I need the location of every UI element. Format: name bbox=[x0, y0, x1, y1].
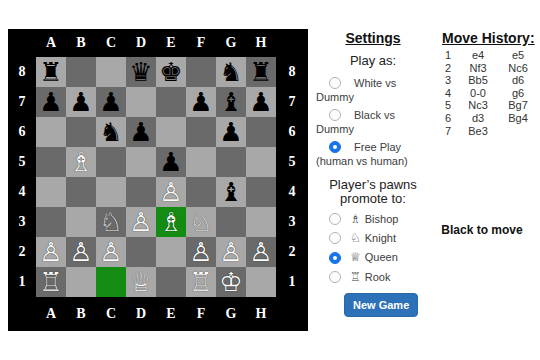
square-d2[interactable] bbox=[126, 237, 156, 267]
square-b8[interactable] bbox=[66, 57, 96, 87]
white-bishop: ♗ bbox=[159, 207, 182, 237]
square-e6[interactable] bbox=[156, 117, 186, 147]
square-e3[interactable]: ♗ bbox=[156, 207, 186, 237]
square-d8[interactable]: ♛ bbox=[126, 57, 156, 87]
square-f7[interactable]: ♟ bbox=[186, 87, 216, 117]
radio-label[interactable]: Knight bbox=[365, 232, 396, 244]
white-pawn: ♙ bbox=[219, 237, 242, 267]
radio-label[interactable]: White vs Dummy bbox=[316, 77, 396, 103]
square-f4[interactable] bbox=[186, 177, 216, 207]
square-h8[interactable]: ♜ bbox=[246, 57, 276, 87]
black-move: Bg7 bbox=[498, 99, 538, 112]
play-as-option-free-play[interactable]: Free Play (human vs human) bbox=[316, 141, 430, 168]
black-pawn: ♟ bbox=[219, 117, 242, 147]
move-number: 5 bbox=[438, 99, 458, 112]
square-h3[interactable] bbox=[246, 207, 276, 237]
radio-black-vs-dummy[interactable] bbox=[329, 109, 341, 121]
play-as-label: Play as: bbox=[316, 53, 430, 68]
file-label-e: E bbox=[156, 29, 186, 57]
square-g6[interactable]: ♟ bbox=[216, 117, 246, 147]
move-number: 1 bbox=[438, 49, 458, 62]
square-e5[interactable]: ♟ bbox=[156, 147, 186, 177]
square-g3[interactable] bbox=[216, 207, 246, 237]
settings-title: Settings bbox=[316, 30, 430, 46]
promotion-label: Player’s pawns promote to: bbox=[323, 178, 423, 206]
promotion-option-rook[interactable]: ♖Rook bbox=[316, 271, 430, 285]
black-rook: ♜ bbox=[39, 57, 62, 87]
play-as-option-black-vs-dummy[interactable]: Black vs Dummy bbox=[316, 109, 430, 136]
square-h6[interactable] bbox=[246, 117, 276, 147]
square-a7[interactable]: ♟ bbox=[36, 87, 66, 117]
square-d4[interactable] bbox=[126, 177, 156, 207]
white-pawn: ♙ bbox=[129, 207, 152, 237]
square-g8[interactable]: ♞ bbox=[216, 57, 246, 87]
square-b4[interactable] bbox=[66, 177, 96, 207]
black-queen: ♛ bbox=[129, 57, 152, 87]
white-move: Bb5 bbox=[458, 74, 498, 87]
black-move: Nc6 bbox=[498, 62, 538, 75]
new-game-button[interactable]: New Game bbox=[344, 293, 418, 317]
white-king: ♔ bbox=[219, 267, 242, 297]
radio-queen[interactable] bbox=[329, 252, 341, 264]
square-h2[interactable]: ♙ bbox=[246, 237, 276, 267]
move-number: 7 bbox=[438, 125, 458, 138]
square-f6[interactable] bbox=[186, 117, 216, 147]
square-c1[interactable] bbox=[96, 267, 126, 297]
rank-label-5: 5 bbox=[8, 147, 36, 177]
square-f5[interactable] bbox=[186, 147, 216, 177]
file-label-g: G bbox=[216, 29, 246, 57]
move-number: 3 bbox=[438, 74, 458, 87]
white-rook: ♖ bbox=[39, 267, 62, 297]
square-a3[interactable] bbox=[36, 207, 66, 237]
move-number: 2 bbox=[438, 62, 458, 75]
square-g7[interactable]: ♝ bbox=[216, 87, 246, 117]
radio-free-play[interactable] bbox=[329, 141, 341, 153]
file-label-h: H bbox=[246, 29, 276, 57]
file-label-d: D bbox=[126, 297, 156, 331]
promotion-option-knight[interactable]: ♘Knight bbox=[316, 232, 430, 246]
file-label-b: B bbox=[66, 297, 96, 331]
file-label-a: A bbox=[36, 29, 66, 57]
square-h1[interactable] bbox=[246, 267, 276, 297]
square-h7[interactable]: ♟ bbox=[246, 87, 276, 117]
square-c6[interactable]: ♞ bbox=[96, 117, 126, 147]
square-a5[interactable] bbox=[36, 147, 66, 177]
black-pawn: ♟ bbox=[249, 87, 272, 117]
square-b6[interactable] bbox=[66, 117, 96, 147]
rank-label-2: 2 bbox=[276, 237, 308, 267]
file-label-c: C bbox=[96, 29, 126, 57]
move-history-panel: Move History: 1e4e5 2Nf3Nc6 3Bb5d6 40-0g… bbox=[438, 30, 538, 137]
square-g5[interactable] bbox=[216, 147, 246, 177]
move-history-table: 1e4e5 2Nf3Nc6 3Bb5d6 40-0g6 5Nc3Bg7 6d3B… bbox=[438, 49, 538, 137]
move-number: 4 bbox=[438, 87, 458, 100]
square-c5[interactable] bbox=[96, 147, 126, 177]
white-pawn: ♙ bbox=[249, 237, 272, 267]
black-move bbox=[498, 125, 538, 138]
white-knight: ♘ bbox=[189, 207, 212, 237]
square-f2[interactable]: ♙ bbox=[186, 237, 216, 267]
radio-label[interactable]: Bishop bbox=[365, 213, 399, 225]
rank-label-8: 8 bbox=[8, 57, 36, 87]
chess-board[interactable]: ABCDEFGH8♜♛♚♞♜87♟♟♟♟♝♟76♞♟♟65♗♟54♙♝43♘♙♗… bbox=[8, 29, 308, 331]
black-bishop: ♝ bbox=[219, 177, 242, 207]
file-label-c: C bbox=[96, 297, 126, 331]
square-e7[interactable] bbox=[156, 87, 186, 117]
square-c8[interactable] bbox=[96, 57, 126, 87]
black-pawn: ♟ bbox=[69, 87, 92, 117]
rank-label-8: 8 bbox=[276, 57, 308, 87]
file-label-b: B bbox=[66, 29, 96, 57]
square-d6[interactable]: ♟ bbox=[126, 117, 156, 147]
square-c3[interactable]: ♘ bbox=[96, 207, 126, 237]
black-knight: ♞ bbox=[219, 57, 242, 87]
black-pawn: ♟ bbox=[39, 87, 62, 117]
square-h5[interactable] bbox=[246, 147, 276, 177]
white-move: Nf3 bbox=[458, 62, 498, 75]
white-move: e4 bbox=[458, 49, 498, 62]
settings-panel: Settings Play as: White vs Dummy Black v… bbox=[316, 30, 430, 317]
square-e8[interactable]: ♚ bbox=[156, 57, 186, 87]
black-knight: ♞ bbox=[99, 117, 122, 147]
white-pawn: ♙ bbox=[39, 237, 62, 267]
rank-label-1: 1 bbox=[8, 267, 36, 297]
black-rook: ♜ bbox=[249, 57, 272, 87]
black-pawn: ♟ bbox=[99, 87, 122, 117]
square-e2[interactable] bbox=[156, 237, 186, 267]
board-corner bbox=[276, 29, 308, 57]
radio-bishop[interactable] bbox=[329, 213, 341, 225]
move-history-title: Move History: bbox=[442, 30, 538, 46]
rank-label-7: 7 bbox=[8, 87, 36, 117]
rank-label-5: 5 bbox=[276, 147, 308, 177]
rank-label-6: 6 bbox=[8, 117, 36, 147]
white-pawn: ♙ bbox=[159, 177, 182, 207]
white-pawn: ♙ bbox=[189, 237, 212, 267]
square-f1[interactable]: ♖ bbox=[186, 267, 216, 297]
black-move: e5 bbox=[498, 49, 538, 62]
white-pawn: ♙ bbox=[69, 237, 92, 267]
file-label-h: H bbox=[246, 297, 276, 331]
black-king: ♚ bbox=[159, 57, 182, 87]
square-g4[interactable]: ♝ bbox=[216, 177, 246, 207]
square-g1[interactable]: ♔ bbox=[216, 267, 246, 297]
play-as-option-white-vs-dummy[interactable]: White vs Dummy bbox=[316, 77, 430, 104]
rank-label-3: 3 bbox=[276, 207, 308, 237]
square-a1[interactable]: ♖ bbox=[36, 267, 66, 297]
black-pawn: ♟ bbox=[159, 147, 182, 177]
file-label-e: E bbox=[156, 297, 186, 331]
white-move: Be3 bbox=[458, 125, 498, 138]
chess-app: ABCDEFGH8♜♛♚♞♜87♟♟♟♟♝♟76♞♟♟65♗♟54♙♝43♘♙♗… bbox=[0, 0, 540, 360]
file-label-a: A bbox=[36, 297, 66, 331]
knight-icon: ♘ bbox=[350, 231, 361, 245]
promotion-option-bishop[interactable]: ♗Bishop bbox=[316, 213, 430, 227]
promotion-option-queen[interactable]: ♕Queen bbox=[316, 251, 430, 265]
radio-label[interactable]: Black vs Dummy bbox=[316, 109, 395, 135]
rank-label-4: 4 bbox=[8, 177, 36, 207]
square-b2[interactable]: ♙ bbox=[66, 237, 96, 267]
black-move: d6 bbox=[498, 74, 538, 87]
black-move: Bg4 bbox=[498, 112, 538, 125]
white-move: Nc3 bbox=[458, 99, 498, 112]
queen-icon: ♕ bbox=[350, 250, 361, 264]
black-bishop: ♝ bbox=[219, 87, 242, 117]
square-a2[interactable]: ♙ bbox=[36, 237, 66, 267]
square-a6[interactable] bbox=[36, 117, 66, 147]
square-d7[interactable] bbox=[126, 87, 156, 117]
square-g2[interactable]: ♙ bbox=[216, 237, 246, 267]
white-rook: ♖ bbox=[189, 267, 212, 297]
square-f3[interactable]: ♘ bbox=[186, 207, 216, 237]
radio-rook[interactable] bbox=[329, 271, 341, 283]
board-corner bbox=[8, 29, 36, 57]
rank-label-6: 6 bbox=[276, 117, 308, 147]
square-d1[interactable]: ♕ bbox=[126, 267, 156, 297]
black-pawn: ♟ bbox=[189, 87, 212, 117]
black-move: g6 bbox=[498, 87, 538, 100]
square-e1[interactable] bbox=[156, 267, 186, 297]
black-pawn: ♟ bbox=[129, 117, 152, 147]
radio-label[interactable]: Queen bbox=[365, 251, 398, 263]
square-f8[interactable] bbox=[186, 57, 216, 87]
rank-label-7: 7 bbox=[276, 87, 308, 117]
file-label-f: F bbox=[186, 297, 216, 331]
white-move: d3 bbox=[458, 112, 498, 125]
square-d3[interactable]: ♙ bbox=[126, 207, 156, 237]
white-bishop: ♗ bbox=[69, 147, 92, 177]
file-label-d: D bbox=[126, 29, 156, 57]
white-queen: ♕ bbox=[129, 267, 152, 297]
board-corner bbox=[276, 297, 308, 331]
bishop-icon: ♗ bbox=[350, 212, 361, 226]
square-a4[interactable] bbox=[36, 177, 66, 207]
square-b3[interactable] bbox=[66, 207, 96, 237]
board-corner bbox=[8, 297, 36, 331]
radio-label[interactable]: Rook bbox=[365, 271, 391, 283]
file-label-f: F bbox=[186, 29, 216, 57]
square-c4[interactable] bbox=[96, 177, 126, 207]
square-h4[interactable] bbox=[246, 177, 276, 207]
rook-icon: ♖ bbox=[350, 270, 361, 284]
rank-label-2: 2 bbox=[8, 237, 36, 267]
white-move: 0-0 bbox=[458, 87, 498, 100]
rank-label-3: 3 bbox=[8, 207, 36, 237]
radio-knight[interactable] bbox=[329, 232, 341, 244]
file-label-g: G bbox=[216, 297, 246, 331]
square-b5[interactable]: ♗ bbox=[66, 147, 96, 177]
square-a8[interactable]: ♜ bbox=[36, 57, 66, 87]
square-e4[interactable]: ♙ bbox=[156, 177, 186, 207]
turn-status: Black to move bbox=[432, 223, 532, 237]
square-b1[interactable] bbox=[66, 267, 96, 297]
square-b7[interactable]: ♟ bbox=[66, 87, 96, 117]
square-d5[interactable] bbox=[126, 147, 156, 177]
rank-label-4: 4 bbox=[276, 177, 308, 207]
square-c2[interactable]: ♙ bbox=[96, 237, 126, 267]
rank-label-1: 1 bbox=[276, 267, 308, 297]
white-knight: ♘ bbox=[99, 207, 122, 237]
white-pawn: ♙ bbox=[99, 237, 122, 267]
square-c7[interactable]: ♟ bbox=[96, 87, 126, 117]
move-number: 6 bbox=[438, 112, 458, 125]
radio-white-vs-dummy[interactable] bbox=[329, 77, 341, 89]
